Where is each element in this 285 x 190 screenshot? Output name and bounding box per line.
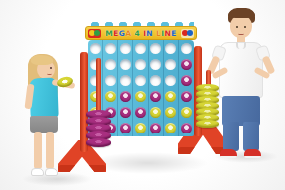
cell-r6c6[interactable] (164, 120, 179, 136)
boy-collar (236, 42, 246, 49)
cell-r3c3[interactable] (118, 72, 133, 88)
spare-stack-right (196, 86, 219, 128)
empty-hole (105, 59, 116, 70)
cell-r2c7[interactable] (179, 56, 194, 72)
magenta-disc (120, 91, 131, 102)
cell-r1c7[interactable] (179, 40, 194, 56)
magenta-disc (181, 123, 192, 134)
cell-r2c6[interactable] (164, 56, 179, 72)
magenta-disc (150, 123, 161, 134)
empty-hole (105, 43, 116, 54)
magenta-disc (150, 91, 161, 102)
yellow-disc (181, 107, 192, 118)
cell-r5c7[interactable] (179, 104, 194, 120)
board-shadow (88, 152, 208, 174)
cell-r3c4[interactable] (133, 72, 148, 88)
magenta-disc (181, 75, 192, 86)
cell-r4c4[interactable] (133, 88, 148, 104)
boy-right-shoe (244, 149, 261, 158)
cell-r3c7[interactable] (179, 72, 194, 88)
empty-hole (90, 43, 101, 54)
yellow-disc (165, 91, 176, 102)
cell-r5c6[interactable] (164, 104, 179, 120)
cell-r1c4[interactable] (133, 40, 148, 56)
cell-r5c4[interactable] (133, 104, 148, 120)
boy-player (210, 8, 278, 162)
cell-r1c3[interactable] (118, 40, 133, 56)
magenta-disc (181, 59, 192, 70)
yellow-disc (150, 107, 161, 118)
empty-hole (150, 43, 161, 54)
boy-left-shoe (220, 149, 237, 158)
yellow-disc (105, 91, 116, 102)
girl-shorts (30, 116, 58, 133)
spare-stack-left (86, 112, 111, 147)
cell-r6c3[interactable] (118, 120, 133, 136)
yellow-disc (135, 91, 146, 102)
boy-right-jean-leg (243, 122, 259, 151)
cell-r2c4[interactable] (133, 56, 148, 72)
girl-fringe (31, 55, 53, 65)
cell-r2c5[interactable] (149, 56, 164, 72)
banner-logo-right-icon (181, 29, 194, 38)
cell-r4c3[interactable] (118, 88, 133, 104)
boy-mouth (238, 32, 244, 35)
magenta-disc (120, 107, 131, 118)
empty-hole (120, 75, 131, 86)
cell-r6c5[interactable] (149, 120, 164, 136)
yellow-disc (165, 107, 176, 118)
cell-r3c5[interactable] (149, 72, 164, 88)
empty-hole (150, 75, 161, 86)
yellow-disc (135, 123, 146, 134)
magenta-disc (135, 107, 146, 118)
empty-hole (150, 59, 161, 70)
cell-r6c7[interactable] (179, 120, 194, 136)
product-photo-scene: MEGA 4 IN LINE (0, 0, 285, 190)
empty-hole (135, 75, 146, 86)
cell-r4c7[interactable] (179, 88, 194, 104)
girl-mouth (47, 72, 52, 75)
girl-player (16, 52, 90, 184)
empty-hole (165, 43, 176, 54)
yellow-disc (165, 123, 176, 134)
magenta-spare-disc (86, 138, 111, 147)
boy-eye-left-icon (236, 26, 238, 28)
yellow-spare-disc (196, 120, 219, 128)
empty-hole (120, 43, 131, 54)
cell-r1c1[interactable] (88, 40, 103, 56)
girl-right-leg (46, 132, 54, 169)
empty-hole (165, 59, 176, 70)
empty-hole (181, 43, 192, 54)
girl-right-shoe (45, 168, 58, 176)
empty-hole (165, 75, 176, 86)
boy-fringe (228, 10, 255, 18)
banner-title: MEGA 4 IN LINE (105, 29, 176, 38)
empty-hole (135, 43, 146, 54)
banner: MEGA 4 IN LINE (85, 26, 197, 40)
empty-hole (105, 75, 116, 86)
cell-r2c3[interactable] (118, 56, 133, 72)
magenta-disc (120, 123, 131, 134)
cell-r4c2[interactable] (103, 88, 118, 104)
empty-hole (120, 59, 131, 70)
magenta-disc (181, 91, 192, 102)
girl-eye-icon (50, 67, 52, 69)
cell-r1c5[interactable] (149, 40, 164, 56)
cell-r3c2[interactable] (103, 72, 118, 88)
cell-r1c2[interactable] (103, 40, 118, 56)
boy-left-jean-leg (223, 122, 239, 151)
cell-r1c6[interactable] (164, 40, 179, 56)
cell-r4c6[interactable] (164, 88, 179, 104)
boy-eye-right-icon (244, 26, 246, 28)
cell-r3c6[interactable] (164, 72, 179, 88)
girl-left-shoe (31, 168, 44, 176)
empty-hole (135, 59, 146, 70)
cell-r5c3[interactable] (118, 104, 133, 120)
cell-r2c2[interactable] (103, 56, 118, 72)
cell-r4c5[interactable] (149, 88, 164, 104)
girl-left-leg (34, 132, 42, 169)
cell-r5c5[interactable] (149, 104, 164, 120)
banner-logo-left-icon (88, 29, 101, 38)
cell-r6c4[interactable] (133, 120, 148, 136)
